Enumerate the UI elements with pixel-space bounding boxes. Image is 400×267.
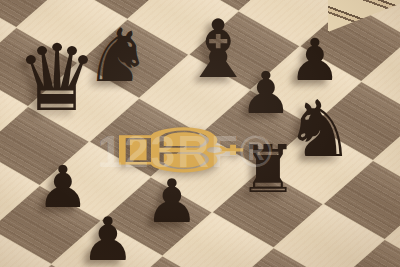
black-pawn-center: ♟︎: [145, 171, 199, 231]
black-pawn-bottom: ♟︎: [81, 209, 135, 267]
black-queen: ♛︎: [16, 33, 98, 125]
black-pawn-upper: ♟︎: [289, 31, 341, 89]
stock-watermark: 123RF®: [98, 127, 274, 177]
chess-photo: 123RF® ♝︎♟︎♞︎♟︎♛︎♚︎♞︎♜︎♟︎♟︎♟︎: [0, 0, 400, 267]
